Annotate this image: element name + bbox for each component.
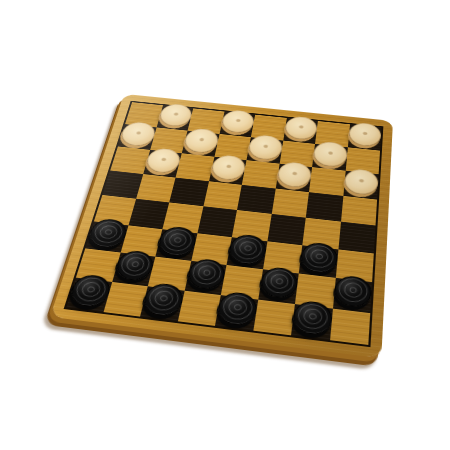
- checkers-grid: [64, 101, 384, 347]
- light-square: [330, 308, 371, 345]
- dark-square[interactable]: [332, 278, 372, 313]
- dark-square[interactable]: [258, 269, 299, 303]
- light-checker-piece[interactable]: [348, 121, 382, 147]
- dark-square[interactable]: [209, 157, 247, 185]
- light-checker-piece[interactable]: [283, 115, 318, 141]
- dark-square[interactable]: [219, 112, 255, 137]
- light-square: [309, 167, 345, 195]
- dark-square[interactable]: [347, 124, 381, 150]
- dark-square[interactable]: [338, 222, 376, 254]
- light-square: [176, 153, 214, 181]
- checkers-board: [50, 94, 393, 358]
- dark-square[interactable]: [237, 184, 275, 213]
- dark-square[interactable]: [275, 164, 312, 192]
- photo-background: [0, 0, 450, 450]
- light-square: [341, 195, 378, 225]
- dark-square[interactable]: [215, 295, 258, 331]
- dark-square[interactable]: [283, 118, 318, 144]
- light-checker-piece[interactable]: [220, 109, 256, 134]
- dark-square[interactable]: [312, 144, 347, 171]
- light-square: [177, 290, 221, 326]
- dark-square[interactable]: [267, 214, 306, 245]
- dark-square[interactable]: [227, 237, 267, 269]
- light-square: [271, 188, 309, 218]
- light-square: [253, 299, 295, 335]
- dark-square[interactable]: [246, 137, 282, 164]
- light-square: [203, 181, 242, 210]
- dark-square[interactable]: [197, 206, 237, 237]
- dark-square[interactable]: [169, 177, 208, 206]
- dark-square[interactable]: [306, 192, 343, 222]
- dark-square[interactable]: [343, 171, 379, 200]
- dark-square[interactable]: [184, 261, 226, 295]
- dark-square[interactable]: [291, 304, 332, 341]
- dark-square[interactable]: [182, 130, 219, 156]
- light-square: [242, 160, 279, 188]
- dark-square[interactable]: [299, 245, 338, 278]
